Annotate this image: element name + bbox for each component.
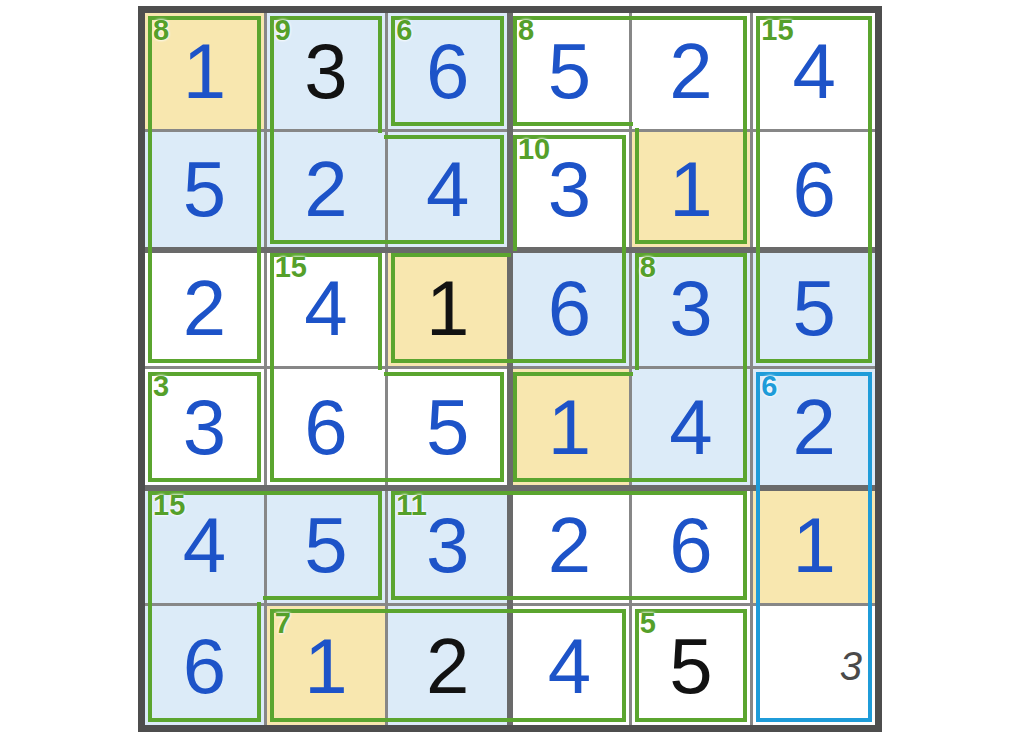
cage-outline [506,246,626,363]
entered-digit: 1 [267,606,386,725]
killer-sudoku-board: 8193668521545241031621541683533651462154… [138,6,882,732]
cage-outline [148,16,261,133]
entered-digit: 5 [267,488,386,604]
cage-sum-label: 9 [275,16,291,45]
cell-r3c3[interactable]: 1 [388,250,510,369]
entered-digit: 3 [388,488,507,604]
cell-r5c4[interactable]: 2 [510,488,632,607]
entered-digit: 1 [753,488,875,604]
cell-r6c6[interactable]: 3 [753,606,875,725]
cage-outline [270,609,390,722]
entered-digit: 2 [632,13,751,129]
cage-sum-label: 15 [761,16,793,45]
cage-sum-label: 15 [275,253,307,282]
cell-r1c4[interactable]: 85 [510,13,632,132]
cage-sum-label: 8 [640,253,656,282]
cage-outline [263,491,383,601]
entered-digit: 6 [510,250,629,366]
cell-r2c1[interactable]: 5 [145,132,267,251]
cell-r2c3[interactable]: 4 [388,132,510,251]
cage-outline [391,253,511,363]
entered-digit: 1 [145,13,264,129]
entered-digit: 2 [267,132,386,248]
cage-outline [756,372,872,489]
cell-r5c6[interactable]: 1 [753,488,875,607]
cage-outline [635,253,748,370]
cell-r2c5[interactable]: 1 [632,132,754,251]
cage-outline [756,16,872,133]
cage-outline [270,365,390,482]
cage-outline [513,372,633,482]
cage-outline [635,128,748,245]
pencil-note: 3 [840,646,862,686]
cell-r4c5[interactable]: 4 [632,369,754,488]
cage-outline [384,372,504,482]
cell-r1c5[interactable]: 2 [632,13,754,132]
entered-digit: 6 [388,13,507,129]
cage-outline [628,365,748,482]
cage-outline [384,609,511,722]
cage-sum-label: 11 [396,491,427,520]
cell-r4c3[interactable]: 5 [388,369,510,488]
entered-digit: 1 [632,132,751,248]
entered-digit: 5 [388,369,507,485]
cage-outline [506,609,626,722]
cage-outline [384,135,504,245]
entered-digit: 5 [145,132,264,248]
cage-outline [635,609,748,722]
cell-r6c1[interactable]: 6 [145,606,267,725]
cage-sum-label: 8 [518,16,534,45]
cell-r1c2[interactable]: 93 [267,13,389,132]
cage-outline [628,16,748,133]
cage-sum-label: 3 [153,372,169,401]
entered-digit: 2 [510,488,629,604]
cage-outline [148,491,268,608]
entered-digit: 3 [145,369,264,485]
cell-r5c3[interactable]: 113 [388,488,510,607]
cell-r5c5[interactable]: 6 [632,488,754,607]
cell-r1c1[interactable]: 81 [145,13,267,132]
entered-digit: 5 [510,13,629,129]
cage-outline [270,253,383,370]
given-digit: 5 [632,606,751,725]
cell-r3c6[interactable]: 5 [753,250,875,369]
given-digit: 2 [388,606,507,725]
entered-digit: 1 [510,369,629,485]
cell-r6c4[interactable]: 4 [510,606,632,725]
cell-r2c6[interactable]: 6 [753,132,875,251]
box-boundary-vertical-1 [507,13,513,725]
cell-r4c1[interactable]: 33 [145,369,267,488]
entered-digit: 6 [145,606,264,725]
entered-digit: 4 [753,13,875,129]
cell-r2c2[interactable]: 2 [267,132,389,251]
entered-digit: 4 [388,132,507,248]
cage-sum-label: 5 [640,609,656,638]
cage-outline [756,602,872,722]
cell-r1c3[interactable]: 66 [388,13,510,132]
entered-digit: 6 [267,369,386,485]
cage-outline [148,372,261,482]
cage-outline [513,16,633,126]
entered-digit: 4 [632,369,751,485]
cell-r4c6[interactable]: 62 [753,369,875,488]
cell-r3c1[interactable]: 2 [145,250,267,369]
cage-sum-label: 10 [518,135,550,164]
entered-digit: 5 [753,250,875,366]
cage-outline [270,16,383,133]
entered-digit: 4 [267,250,386,366]
entered-digit: 2 [145,250,264,366]
cage-outline [513,135,626,252]
cage-outline [391,16,504,126]
entered-digit: 3 [510,132,629,248]
entered-digit: 2 [753,369,875,485]
cage-outline [628,491,748,601]
cage-outline [506,491,633,601]
cage-outline [756,246,872,363]
cage-sum-label: 6 [396,16,412,45]
cell-r6c3[interactable]: 2 [388,606,510,725]
cage-outline [756,484,872,608]
cell-r2c4[interactable]: 103 [510,132,632,251]
entered-digit: 6 [632,488,751,604]
entered-digit: 4 [510,606,629,725]
cage-outline [148,128,261,252]
cell-r4c4[interactable]: 1 [510,369,632,488]
entered-digit: 6 [753,132,875,248]
cage-sum-label: 15 [153,491,185,520]
cage-sum-label: 7 [275,609,291,638]
cage-outline [270,128,390,245]
entered-digit: 3 [632,250,751,366]
entered-digit: 4 [145,488,264,604]
given-digit: 1 [388,250,507,366]
cell-r6c2[interactable]: 71 [267,606,389,725]
cell-r3c4[interactable]: 6 [510,250,632,369]
cage-outline [391,491,511,601]
cell-r3c2[interactable]: 154 [267,250,389,369]
cage-sum-label: 8 [153,16,169,45]
cell-r3c5[interactable]: 83 [632,250,754,369]
given-digit: 3 [267,13,386,129]
cage-outline [148,246,261,363]
cage-outline [148,602,261,722]
cell-r5c1[interactable]: 154 [145,488,267,607]
cell-r1c6[interactable]: 154 [753,13,875,132]
cell-r6c5[interactable]: 55 [632,606,754,725]
cell-r4c2[interactable]: 6 [267,369,389,488]
cage-outline [756,128,872,252]
cell-r5c2[interactable]: 5 [267,488,389,607]
cage-sum-label: 6 [761,372,777,401]
